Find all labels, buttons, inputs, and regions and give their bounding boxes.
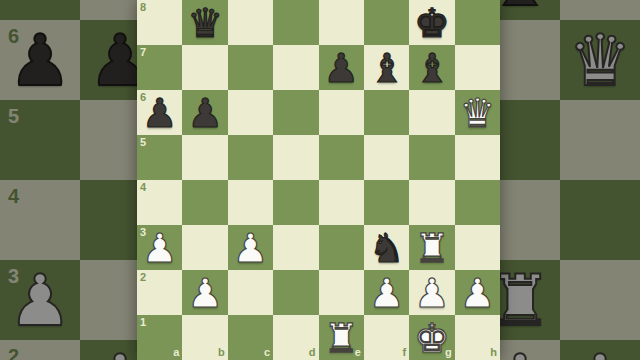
square-f7[interactable]: ♝ bbox=[364, 45, 409, 90]
square-f8[interactable] bbox=[364, 0, 409, 45]
rank-label-1: 1 bbox=[140, 317, 146, 328]
square-f2[interactable]: ♟ bbox=[364, 270, 409, 315]
square-a7[interactable]: 7 bbox=[137, 45, 182, 90]
square-h3[interactable] bbox=[455, 225, 500, 270]
square-d2[interactable] bbox=[273, 270, 318, 315]
square-c7[interactable] bbox=[228, 45, 273, 90]
piece-black-queen-b8[interactable]: ♛ bbox=[187, 3, 223, 43]
square-g7[interactable]: ♝ bbox=[409, 45, 454, 90]
rank-label-7: 7 bbox=[140, 47, 146, 58]
square-d4[interactable] bbox=[273, 180, 318, 225]
square-h6[interactable]: ♛ bbox=[455, 90, 500, 135]
chess-board: 8♛♚7♟♝♝6♟♟♛543♟♟♞♜2♟♟♟♟1abcde♜fg♚h bbox=[137, 0, 500, 360]
piece-white-pawn-a3[interactable]: ♟ bbox=[142, 228, 178, 268]
piece-black-king-g8[interactable]: ♚ bbox=[414, 3, 450, 43]
file-label-c: c bbox=[264, 347, 270, 358]
piece-white-pawn-g2[interactable]: ♟ bbox=[414, 273, 450, 313]
piece-black-knight-f3[interactable]: ♞ bbox=[369, 228, 405, 268]
square-f4[interactable] bbox=[364, 180, 409, 225]
square-f3[interactable]: ♞ bbox=[364, 225, 409, 270]
file-label-g: g bbox=[445, 347, 452, 358]
rank-label-3: 3 bbox=[140, 227, 146, 238]
square-b3[interactable] bbox=[182, 225, 227, 270]
square-d7[interactable] bbox=[273, 45, 318, 90]
square-f5[interactable] bbox=[364, 135, 409, 180]
square-g6[interactable] bbox=[409, 90, 454, 135]
square-d8[interactable] bbox=[273, 0, 318, 45]
square-b1[interactable]: b bbox=[182, 315, 227, 360]
rank-label-5: 5 bbox=[140, 137, 146, 148]
square-e6[interactable] bbox=[319, 90, 364, 135]
square-h7[interactable] bbox=[455, 45, 500, 90]
rank-label-4: 4 bbox=[140, 182, 146, 193]
square-e5[interactable] bbox=[319, 135, 364, 180]
square-a4[interactable]: 4 bbox=[137, 180, 182, 225]
rank-label-8: 8 bbox=[140, 2, 146, 13]
square-a6[interactable]: 6♟ bbox=[137, 90, 182, 135]
piece-white-pawn-b2[interactable]: ♟ bbox=[187, 273, 223, 313]
piece-black-pawn-a6[interactable]: ♟ bbox=[142, 93, 178, 133]
piece-white-pawn-f2[interactable]: ♟ bbox=[369, 273, 405, 313]
file-label-a: a bbox=[173, 347, 179, 358]
square-e3[interactable] bbox=[319, 225, 364, 270]
square-g3[interactable]: ♜ bbox=[409, 225, 454, 270]
file-label-d: d bbox=[309, 347, 316, 358]
piece-white-pawn-h2[interactable]: ♟ bbox=[459, 273, 495, 313]
square-g1[interactable]: g♚ bbox=[409, 315, 454, 360]
square-d5[interactable] bbox=[273, 135, 318, 180]
square-h2[interactable]: ♟ bbox=[455, 270, 500, 315]
square-h1[interactable]: h bbox=[455, 315, 500, 360]
square-b4[interactable] bbox=[182, 180, 227, 225]
piece-white-rook-e1[interactable]: ♜ bbox=[323, 318, 359, 358]
piece-white-pawn-c3[interactable]: ♟ bbox=[233, 228, 269, 268]
piece-black-bishop-g7[interactable]: ♝ bbox=[414, 48, 450, 88]
square-g5[interactable] bbox=[409, 135, 454, 180]
square-c1[interactable]: c bbox=[228, 315, 273, 360]
square-e7[interactable]: ♟ bbox=[319, 45, 364, 90]
piece-white-rook-g3[interactable]: ♜ bbox=[414, 228, 450, 268]
file-label-e: e bbox=[355, 347, 361, 358]
rank-label-2: 2 bbox=[140, 272, 146, 283]
square-f1[interactable]: f bbox=[364, 315, 409, 360]
piece-black-pawn-b6[interactable]: ♟ bbox=[187, 93, 223, 133]
square-a5[interactable]: 5 bbox=[137, 135, 182, 180]
square-e1[interactable]: e♜ bbox=[319, 315, 364, 360]
square-d1[interactable]: d bbox=[273, 315, 318, 360]
square-d3[interactable] bbox=[273, 225, 318, 270]
square-g4[interactable] bbox=[409, 180, 454, 225]
file-label-h: h bbox=[490, 347, 497, 358]
square-b6[interactable]: ♟ bbox=[182, 90, 227, 135]
square-g8[interactable]: ♚ bbox=[409, 0, 454, 45]
square-e8[interactable] bbox=[319, 0, 364, 45]
square-h5[interactable] bbox=[455, 135, 500, 180]
square-h4[interactable] bbox=[455, 180, 500, 225]
piece-black-pawn-e7[interactable]: ♟ bbox=[323, 48, 359, 88]
square-h8[interactable] bbox=[455, 0, 500, 45]
square-c3[interactable]: ♟ bbox=[228, 225, 273, 270]
square-b2[interactable]: ♟ bbox=[182, 270, 227, 315]
video-frame: 8♛♚7♟♝♝6♟♟♛543♟♟♞♜2♟♟♟♟1♜♚ 8♛♚7♟♝♝6♟♟♛54… bbox=[0, 0, 640, 360]
square-c2[interactable] bbox=[228, 270, 273, 315]
square-c8[interactable] bbox=[228, 0, 273, 45]
square-c6[interactable] bbox=[228, 90, 273, 135]
square-b7[interactable] bbox=[182, 45, 227, 90]
piece-white-queen-h6[interactable]: ♛ bbox=[459, 93, 495, 133]
piece-black-bishop-f7[interactable]: ♝ bbox=[369, 48, 405, 88]
square-a3[interactable]: 3♟ bbox=[137, 225, 182, 270]
square-c5[interactable] bbox=[228, 135, 273, 180]
square-e4[interactable] bbox=[319, 180, 364, 225]
square-a8[interactable]: 8 bbox=[137, 0, 182, 45]
square-g2[interactable]: ♟ bbox=[409, 270, 454, 315]
square-b8[interactable]: ♛ bbox=[182, 0, 227, 45]
square-d6[interactable] bbox=[273, 90, 318, 135]
square-c4[interactable] bbox=[228, 180, 273, 225]
rank-label-6: 6 bbox=[140, 92, 146, 103]
square-f6[interactable] bbox=[364, 90, 409, 135]
file-label-f: f bbox=[403, 347, 407, 358]
square-e2[interactable] bbox=[319, 270, 364, 315]
square-a2[interactable]: 2 bbox=[137, 270, 182, 315]
file-label-b: b bbox=[218, 347, 225, 358]
square-b5[interactable] bbox=[182, 135, 227, 180]
square-a1[interactable]: 1a bbox=[137, 315, 182, 360]
